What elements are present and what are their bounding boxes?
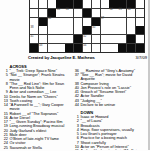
clue-item: 8“The __ Red Line”; film for Sean Penn a… bbox=[2, 82, 72, 91]
grid-cell[interactable] bbox=[101, 35, 109, 43]
grid-cell[interactable] bbox=[92, 44, 100, 52]
grid-cell[interactable]: 36 bbox=[48, 18, 56, 26]
clue-text: Declare to be untrue bbox=[80, 103, 147, 107]
grid-cell[interactable] bbox=[109, 44, 117, 52]
cell-number: 42 bbox=[83, 35, 86, 38]
clue-item: 44Declare to be untrue bbox=[73, 103, 147, 107]
clue-text: “See __ Run”; movie for David Arquette bbox=[80, 73, 147, 82]
grid-cell[interactable] bbox=[48, 0, 56, 8]
grid-cell[interactable]: 34 bbox=[127, 9, 135, 17]
clue-number: 37 bbox=[73, 73, 80, 82]
grid-cell[interactable] bbox=[56, 44, 64, 52]
grid-cell[interactable]: 43 bbox=[39, 44, 47, 52]
black-cell bbox=[30, 44, 38, 52]
grid-cell[interactable] bbox=[83, 18, 91, 26]
cell-number: 33 bbox=[119, 8, 122, 11]
grid-cell[interactable] bbox=[39, 26, 47, 34]
grid-cell[interactable] bbox=[136, 0, 144, 8]
puzzle-date: 3/7/09 bbox=[136, 55, 147, 60]
black-cell bbox=[39, 18, 47, 26]
grid-cell[interactable]: 32 bbox=[109, 9, 117, 17]
clue-text: Audrey Hepburn’s role in “My Fair Lady” bbox=[80, 149, 147, 150]
grid-cell[interactable]: 37 bbox=[101, 18, 109, 26]
cell-number: 32 bbox=[110, 8, 113, 11]
black-cell bbox=[83, 9, 91, 17]
grid-cell[interactable] bbox=[65, 18, 73, 26]
grid-cell[interactable] bbox=[92, 9, 100, 17]
grid-cell[interactable] bbox=[109, 35, 117, 43]
clue-item: 14“A Farewell to __”; Gary Cooper movie bbox=[2, 103, 72, 112]
black-cell bbox=[136, 44, 144, 52]
grid-cell[interactable] bbox=[136, 35, 144, 43]
cell-number: 38 bbox=[30, 26, 33, 29]
cell-number: 34 bbox=[127, 8, 130, 11]
clue-list-across: 1“__ Trek: Deep Space Nine”5“Not __ Stra… bbox=[2, 69, 72, 150]
grid-cell[interactable] bbox=[65, 35, 73, 43]
grid-cell[interactable] bbox=[48, 44, 56, 52]
black-cell bbox=[118, 44, 126, 52]
cell-number: 40 bbox=[92, 26, 95, 29]
page-edge-line bbox=[148, 0, 150, 150]
grid-cell[interactable] bbox=[83, 0, 91, 8]
grid-cell[interactable] bbox=[65, 26, 73, 34]
cell-number: 41 bbox=[30, 35, 33, 38]
grid-cell[interactable]: 30 bbox=[56, 9, 64, 17]
byline: Created by Jacqueline E. Mathews bbox=[28, 55, 95, 60]
grid-cell[interactable] bbox=[109, 26, 117, 34]
grid-cell[interactable]: 44 bbox=[83, 44, 91, 52]
grid-cell[interactable]: 42 bbox=[83, 35, 91, 43]
cell-number: 31 bbox=[66, 8, 69, 11]
grid-cell[interactable] bbox=[127, 26, 135, 34]
grid-cell[interactable] bbox=[118, 35, 126, 43]
clue-column-left: ACROSS 1“__ Trek: Deep Space Nine”5“Not … bbox=[2, 65, 72, 151]
clue-number: 44 bbox=[73, 103, 80, 107]
grid-cell[interactable] bbox=[136, 18, 144, 26]
grid-cell[interactable] bbox=[101, 26, 109, 34]
grid-cell[interactable] bbox=[118, 18, 126, 26]
black-cell bbox=[65, 44, 73, 52]
grid-cell[interactable] bbox=[56, 26, 64, 34]
grid-cell[interactable] bbox=[74, 18, 82, 26]
grid-cell[interactable] bbox=[39, 9, 47, 17]
grid-cell[interactable] bbox=[118, 26, 126, 34]
black-cell bbox=[127, 35, 135, 43]
grid-cell[interactable] bbox=[74, 9, 82, 17]
grid-cell[interactable]: 33 bbox=[118, 9, 126, 17]
cell-number: 30 bbox=[57, 8, 60, 11]
clue-text: “Not __ Stranger”; Frank Sinatra movie bbox=[9, 73, 72, 82]
black-cell bbox=[74, 0, 82, 8]
grid-cell[interactable] bbox=[48, 35, 56, 43]
grid-cell[interactable] bbox=[109, 18, 117, 26]
grid-cell[interactable] bbox=[101, 0, 109, 8]
clue-list-across-continued: 36__ Ramirez of “Grey’s Anatomy”37“See _… bbox=[73, 69, 147, 107]
clue-list-down: 1Isaac or Howard2“__ of Laura”3Broadcast… bbox=[73, 115, 147, 150]
grid-cell[interactable]: 41 bbox=[30, 35, 38, 43]
clue-number: 11 bbox=[73, 149, 80, 150]
clue-text: “The __ Red Line”; film for Sean Penn an… bbox=[9, 82, 72, 91]
grid-cell[interactable] bbox=[48, 26, 56, 34]
crossword-grid: 30313233343637384041424344 bbox=[29, 0, 145, 53]
grid-cell[interactable] bbox=[101, 44, 109, 52]
clue-number: 8 bbox=[2, 82, 9, 91]
cell-number: 43 bbox=[39, 44, 42, 47]
black-cell bbox=[136, 26, 144, 34]
grid-cell[interactable] bbox=[56, 35, 64, 43]
clue-item: 11Audrey Hepburn’s role in “My Fair Lady… bbox=[73, 149, 147, 150]
clue-number: 14 bbox=[2, 103, 9, 112]
grid-cell[interactable] bbox=[39, 35, 47, 43]
clue-text: “A Farewell to __”; Gary Cooper movie bbox=[9, 103, 72, 112]
black-cell bbox=[74, 35, 82, 43]
grid-cell[interactable]: 40 bbox=[92, 26, 100, 34]
cell-number: 36 bbox=[48, 17, 51, 20]
cell-number: 37 bbox=[101, 17, 104, 20]
clue-column-right: 36__ Ramirez of “Grey’s Anatomy”37“See _… bbox=[73, 69, 147, 150]
clue-item: 37“See __ Run”; movie for David Arquette bbox=[73, 73, 147, 82]
black-cell bbox=[127, 44, 135, 52]
grid-cell[interactable] bbox=[39, 0, 47, 8]
grid-cell[interactable] bbox=[30, 0, 38, 8]
black-cell bbox=[74, 44, 82, 52]
grid-cell[interactable] bbox=[92, 0, 100, 8]
clue-item: 5“Not __ Stranger”; Frank Sinatra movie bbox=[2, 73, 72, 82]
cell-number: 44 bbox=[83, 44, 86, 47]
grid-cell[interactable]: 31 bbox=[65, 9, 73, 17]
grid-cell[interactable] bbox=[74, 26, 82, 34]
clue-number: 5 bbox=[2, 73, 9, 82]
grid-cell[interactable] bbox=[92, 35, 100, 43]
grid-cell[interactable] bbox=[136, 9, 144, 17]
grid-cell[interactable] bbox=[56, 18, 64, 26]
grid-cell[interactable] bbox=[30, 9, 38, 17]
grid-cell[interactable] bbox=[127, 18, 135, 26]
